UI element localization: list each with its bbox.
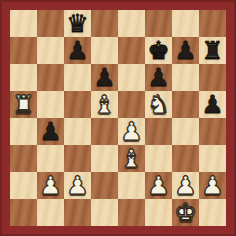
square-e2[interactable]	[118, 172, 145, 199]
square-c5[interactable]	[64, 91, 91, 118]
piece-white-rook-a5[interactable]: ♜	[12, 91, 34, 118]
square-a4[interactable]	[10, 118, 37, 145]
square-b3[interactable]	[37, 145, 64, 172]
square-a5[interactable]: ♜	[10, 91, 37, 118]
square-h5[interactable]: ♟	[199, 91, 226, 118]
square-b6[interactable]	[37, 64, 64, 91]
square-d2[interactable]	[91, 172, 118, 199]
square-d8[interactable]	[91, 10, 118, 37]
square-e7[interactable]	[118, 37, 145, 64]
square-b8[interactable]	[37, 10, 64, 37]
square-d3[interactable]	[91, 145, 118, 172]
chess-board: ♛♟♚♟♜♟♟♜♝♞♟♟♟♝♟♟♟♟♟♚	[10, 10, 226, 226]
piece-white-pawn-c2[interactable]: ♟	[66, 172, 88, 199]
square-a7[interactable]	[10, 37, 37, 64]
square-g4[interactable]	[172, 118, 199, 145]
square-e3[interactable]: ♝	[118, 145, 145, 172]
square-g1[interactable]: ♚	[172, 199, 199, 226]
square-g8[interactable]	[172, 10, 199, 37]
square-f6[interactable]: ♟	[145, 64, 172, 91]
square-f4[interactable]	[145, 118, 172, 145]
square-d4[interactable]	[91, 118, 118, 145]
square-e8[interactable]	[118, 10, 145, 37]
square-f5[interactable]: ♞	[145, 91, 172, 118]
square-g7[interactable]: ♟	[172, 37, 199, 64]
square-c4[interactable]	[64, 118, 91, 145]
square-a1[interactable]	[10, 199, 37, 226]
square-d1[interactable]	[91, 199, 118, 226]
square-g6[interactable]	[172, 64, 199, 91]
square-e1[interactable]	[118, 199, 145, 226]
square-e5[interactable]	[118, 91, 145, 118]
square-c1[interactable]	[64, 199, 91, 226]
square-g5[interactable]	[172, 91, 199, 118]
square-f8[interactable]	[145, 10, 172, 37]
piece-black-pawn-g7[interactable]: ♟	[174, 37, 196, 64]
piece-black-pawn-c7[interactable]: ♟	[66, 37, 88, 64]
square-g2[interactable]: ♟	[172, 172, 199, 199]
piece-black-pawn-h5[interactable]: ♟	[201, 91, 223, 118]
square-h8[interactable]	[199, 10, 226, 37]
square-a2[interactable]	[10, 172, 37, 199]
square-b1[interactable]	[37, 199, 64, 226]
piece-white-pawn-g2[interactable]: ♟	[174, 172, 196, 199]
square-c7[interactable]: ♟	[64, 37, 91, 64]
square-b4[interactable]: ♟	[37, 118, 64, 145]
piece-black-rook-h7[interactable]: ♜	[201, 37, 223, 64]
square-e4[interactable]: ♟	[118, 118, 145, 145]
square-c6[interactable]	[64, 64, 91, 91]
square-f2[interactable]: ♟	[145, 172, 172, 199]
square-a8[interactable]	[10, 10, 37, 37]
square-d6[interactable]: ♟	[91, 64, 118, 91]
square-h4[interactable]	[199, 118, 226, 145]
square-g3[interactable]	[172, 145, 199, 172]
square-d7[interactable]	[91, 37, 118, 64]
piece-white-bishop-e3[interactable]: ♝	[120, 145, 142, 172]
square-h7[interactable]: ♜	[199, 37, 226, 64]
square-c2[interactable]: ♟	[64, 172, 91, 199]
piece-white-bishop-d5[interactable]: ♝	[93, 91, 115, 118]
square-c8[interactable]: ♛	[64, 10, 91, 37]
piece-white-pawn-f2[interactable]: ♟	[147, 172, 169, 199]
square-h3[interactable]	[199, 145, 226, 172]
piece-black-pawn-f6[interactable]: ♟	[147, 64, 169, 91]
square-e6[interactable]	[118, 64, 145, 91]
piece-black-queen-c8[interactable]: ♛	[66, 10, 88, 37]
piece-white-pawn-e4[interactable]: ♟	[120, 118, 142, 145]
piece-white-pawn-h2[interactable]: ♟	[201, 172, 223, 199]
square-h2[interactable]: ♟	[199, 172, 226, 199]
square-f1[interactable]	[145, 199, 172, 226]
piece-white-king-g1[interactable]: ♚	[174, 199, 196, 226]
square-f7[interactable]: ♚	[145, 37, 172, 64]
piece-black-pawn-d6[interactable]: ♟	[93, 64, 115, 91]
square-f3[interactable]	[145, 145, 172, 172]
piece-white-knight-f5[interactable]: ♞	[147, 91, 169, 118]
square-d5[interactable]: ♝	[91, 91, 118, 118]
square-b2[interactable]: ♟	[37, 172, 64, 199]
square-a3[interactable]	[10, 145, 37, 172]
chess-board-frame: ♛♟♚♟♜♟♟♜♝♞♟♟♟♝♟♟♟♟♟♚	[0, 0, 236, 236]
square-c3[interactable]	[64, 145, 91, 172]
square-h6[interactable]	[199, 64, 226, 91]
square-b5[interactable]	[37, 91, 64, 118]
piece-black-king-f7[interactable]: ♚	[147, 37, 169, 64]
piece-white-pawn-b2[interactable]: ♟	[39, 172, 61, 199]
piece-black-pawn-b4[interactable]: ♟	[39, 118, 61, 145]
square-h1[interactable]	[199, 199, 226, 226]
square-b7[interactable]	[37, 37, 64, 64]
square-a6[interactable]	[10, 64, 37, 91]
